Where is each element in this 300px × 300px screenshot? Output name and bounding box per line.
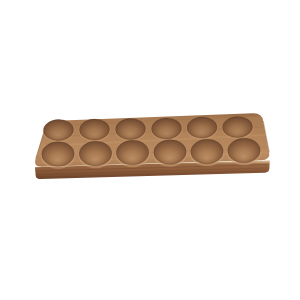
product-photo-canvas [0,0,300,300]
mancala-board [0,0,300,300]
